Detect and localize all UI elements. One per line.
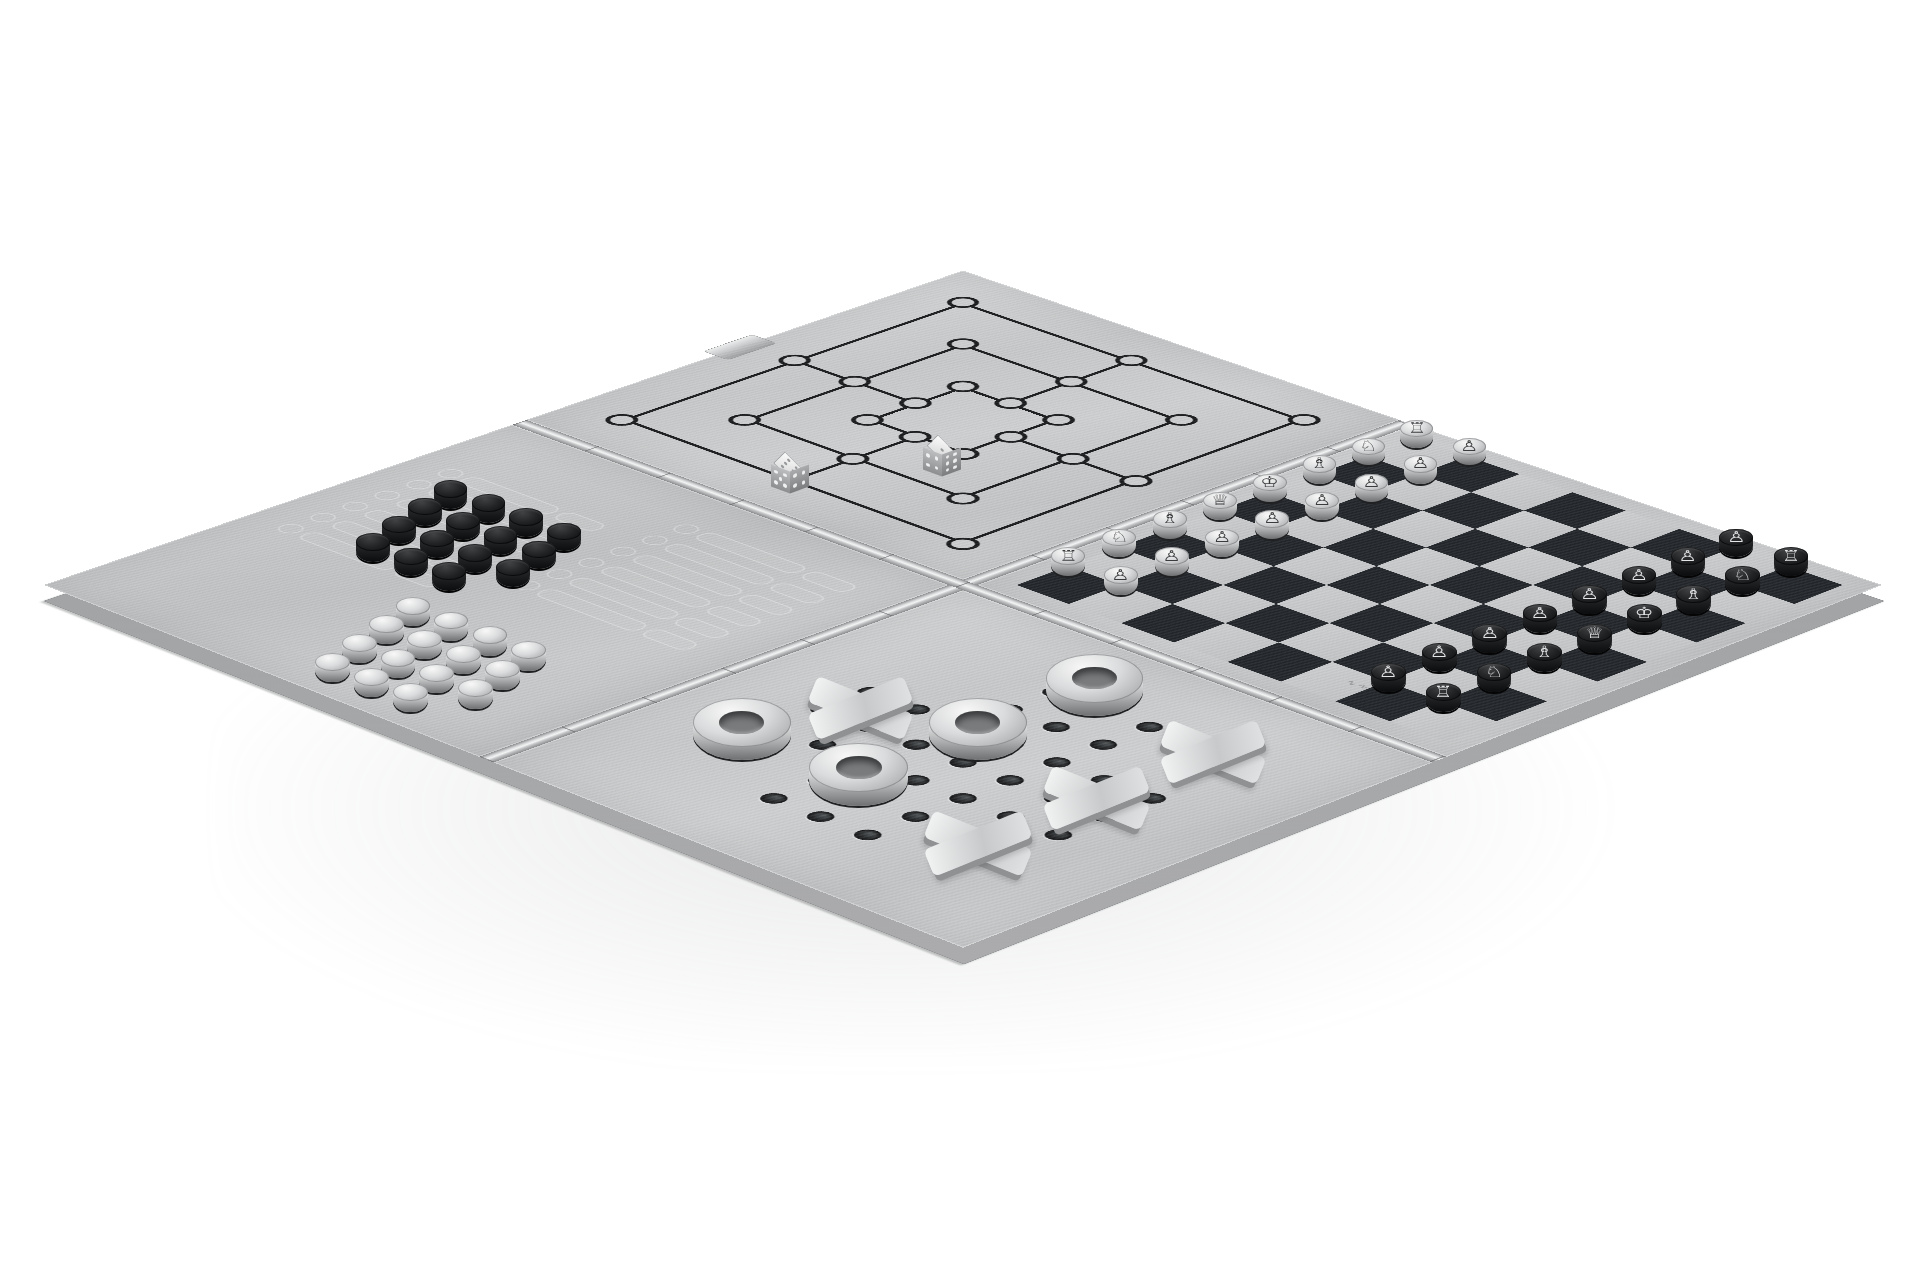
disc-top: ♙: [1472, 624, 1507, 642]
die-pip: [774, 470, 778, 475]
solitaire-hole[interactable]: [944, 791, 982, 806]
checker-piece-black[interactable]: [394, 548, 428, 586]
chess-piece-white-P[interactable]: ♙: [1453, 438, 1486, 475]
die-pip: [787, 458, 791, 462]
chess-glyph: ♗: [1527, 646, 1562, 659]
disc-top: ♙: [1155, 547, 1189, 565]
chess-glyph: ♙: [1453, 440, 1486, 452]
die-pip: [935, 466, 939, 471]
chess-glyph: ♙: [1355, 476, 1388, 489]
die-pip: [793, 474, 797, 479]
chess-piece-white-P[interactable]: ♙: [1404, 455, 1437, 492]
disc-top: ♙: [1404, 455, 1437, 472]
chess-glyph: ♙: [1371, 665, 1406, 678]
chess-glyph: ♙: [1305, 494, 1339, 507]
disc-top: ♘: [1477, 663, 1512, 681]
disc-top: ♙: [1104, 566, 1138, 584]
checker-piece-silver[interactable]: [458, 679, 493, 718]
ring-top: [693, 698, 791, 747]
disc-top: ♙: [1572, 585, 1606, 603]
chess-piece-black-K[interactable]: ♔: [1627, 604, 1661, 642]
chess-glyph: ♙: [1572, 588, 1606, 601]
die-pip: [954, 458, 958, 463]
chess-piece-black-P[interactable]: ♙: [1622, 566, 1656, 604]
disc-top: ♖: [1426, 683, 1461, 701]
chess-glyph: ♙: [1671, 550, 1705, 563]
die-pip: [946, 454, 950, 459]
disc-top: [408, 498, 442, 515]
chess-piece-white-P[interactable]: ♙: [1305, 492, 1339, 529]
disc-top: [342, 634, 377, 652]
chess-glyph: ♔: [1627, 607, 1661, 620]
chess-glyph: ♗: [1303, 458, 1336, 470]
chess-glyph: ♗: [1153, 513, 1187, 526]
die-pip: [940, 448, 944, 452]
checker-piece-black[interactable]: [432, 562, 466, 600]
disc-top: [393, 683, 428, 701]
chess-piece-white-B[interactable]: ♗: [1153, 510, 1187, 547]
die-pip: [793, 483, 797, 488]
disc-top: [356, 533, 390, 551]
disc-top: ♙: [1355, 474, 1388, 491]
disc-top: [381, 649, 416, 667]
disc-top: ♔: [1253, 474, 1286, 491]
disc-top: [432, 562, 466, 580]
chess-glyph: ♘: [1477, 665, 1512, 678]
disc-top: [509, 508, 543, 526]
disc-top: ♙: [1622, 566, 1656, 584]
die-left-face: [771, 465, 790, 494]
disc-top: ♗: [1153, 510, 1187, 528]
chess-glyph: ♙: [1205, 531, 1239, 544]
checker-piece-black[interactable]: [356, 533, 390, 570]
die-pip: [954, 465, 958, 470]
disc-top: ♔: [1627, 604, 1661, 622]
ring-hole: [955, 711, 1000, 734]
disc-top: [382, 516, 416, 534]
ring-top: [929, 698, 1027, 747]
tictactoe-o-piece[interactable]: [929, 698, 1027, 785]
chess-glyph: ♙: [1155, 550, 1189, 563]
chess-glyph: ♖: [1051, 550, 1085, 563]
chess-piece-white-N[interactable]: ♘: [1352, 438, 1385, 475]
die-pip: [801, 480, 805, 485]
chess-piece-black-P[interactable]: ♙: [1523, 604, 1557, 642]
die-pip: [927, 463, 931, 468]
checker-piece-silver[interactable]: [354, 668, 389, 706]
chess-glyph: ♙: [1523, 607, 1557, 620]
chess-glyph: ♔: [1253, 476, 1286, 489]
die-pip: [801, 471, 805, 476]
chess-piece-white-K[interactable]: ♔: [1253, 474, 1286, 511]
chess-glyph: ♙: [1104, 569, 1138, 582]
die-right-face: [942, 448, 961, 477]
disc-top: ♙: [1305, 492, 1339, 509]
disc-top: ♗: [1676, 585, 1710, 603]
tictactoe-x-piece[interactable]: [809, 676, 912, 740]
chess-glyph: ♖: [1774, 550, 1808, 563]
disc-top: [484, 526, 518, 544]
disc-top: ♘: [1352, 438, 1385, 455]
chess-glyph: ♖: [1426, 685, 1461, 698]
chess-piece-black-P[interactable]: ♙: [1422, 643, 1457, 681]
chess-piece-white-P[interactable]: ♙: [1155, 547, 1189, 585]
chess-piece-black-P[interactable]: ♙: [1371, 663, 1406, 701]
disc-top: [420, 530, 454, 548]
die-pip: [784, 462, 788, 466]
disc-top: [446, 512, 480, 530]
tictactoe-o-piece[interactable]: [809, 743, 908, 831]
disc-top: [522, 541, 556, 559]
chess-piece-black-N[interactable]: ♘: [1725, 566, 1759, 604]
chess-glyph: ♙: [1622, 569, 1656, 582]
chess-piece-black-P[interactable]: ♙: [1719, 529, 1753, 566]
disc-top: ♙: [1255, 510, 1289, 528]
disc-top: [496, 559, 530, 577]
die-pip: [778, 477, 782, 482]
ring-top: [809, 743, 908, 792]
chess-piece-white-R[interactable]: ♖: [1400, 420, 1433, 456]
disc-top: ♙: [1453, 438, 1486, 455]
disc-top: [396, 597, 430, 615]
chess-piece-white-P[interactable]: ♙: [1255, 510, 1289, 547]
chess-piece-white-P[interactable]: ♙: [1104, 566, 1138, 604]
chess-glyph: ♕: [1577, 626, 1612, 639]
chess-piece-white-P[interactable]: ♙: [1355, 474, 1388, 511]
chess-piece-black-P[interactable]: ♙: [1472, 624, 1507, 662]
tictactoe-o-piece[interactable]: [693, 698, 791, 785]
checker-piece-black[interactable]: [496, 559, 530, 597]
chess-piece-black-B[interactable]: ♗: [1676, 585, 1710, 623]
ring-hole: [836, 756, 881, 779]
chess-piece-black-B[interactable]: ♗: [1527, 643, 1562, 681]
tictactoe-o-piece[interactable]: [1046, 654, 1143, 740]
chess-glyph: ♗: [1676, 588, 1710, 601]
chess-glyph: ♕: [1203, 494, 1237, 507]
chess-piece-black-N[interactable]: ♘: [1477, 663, 1512, 701]
chess-glyph: ♙: [1422, 646, 1457, 659]
disc-top: [547, 523, 581, 541]
disc-top: [434, 480, 468, 497]
die-pip: [946, 468, 950, 473]
disc-top: [394, 548, 428, 566]
chess-piece-white-Q[interactable]: ♕: [1203, 492, 1237, 529]
chess-glyph: ♘: [1102, 531, 1136, 544]
disc-top: ♖: [1400, 420, 1433, 437]
chess-piece-black-R[interactable]: ♖: [1774, 547, 1808, 585]
checker-piece-silver[interactable]: [315, 653, 350, 691]
case-latch[interactable]: [704, 335, 776, 360]
die-right-face: [790, 465, 809, 494]
disc-top: [446, 645, 481, 663]
disc-top: ♗: [1303, 455, 1336, 472]
disc-top: [315, 653, 350, 671]
chess-glyph: ♙: [1719, 531, 1753, 544]
chess-glyph: ♖: [1400, 422, 1433, 434]
disc-top: ♕: [1203, 492, 1237, 509]
chess-glyph: ♙: [1255, 513, 1289, 526]
tictactoe-x-piece[interactable]: [1044, 765, 1149, 830]
disc-top: [369, 615, 403, 633]
checker-piece-silver[interactable]: [393, 683, 428, 722]
chess-glyph: ♙: [1472, 626, 1507, 639]
chess-piece-white-B[interactable]: ♗: [1303, 455, 1336, 492]
tictactoe-x-piece[interactable]: [925, 811, 1031, 877]
die-pip: [783, 473, 787, 478]
disc-top: [458, 544, 492, 562]
die[interactable]: [764, 453, 815, 496]
disc-top: [472, 494, 506, 511]
chess-glyph: ♘: [1352, 440, 1385, 452]
chess-piece-white-P[interactable]: ♙: [1205, 529, 1239, 566]
ring-hole: [719, 711, 764, 734]
die-pip: [935, 456, 939, 461]
chess-piece-black-Q[interactable]: ♕: [1577, 624, 1612, 662]
die-pip: [783, 484, 787, 489]
tictactoe-x-piece[interactable]: [1161, 720, 1265, 785]
disc-top: ♘: [1725, 566, 1759, 584]
chess-glyph: ♙: [1404, 458, 1437, 470]
chess-piece-white-N[interactable]: ♘: [1102, 529, 1136, 566]
chess-piece-black-R[interactable]: ♖: [1426, 683, 1461, 722]
ring-top: [1046, 654, 1143, 703]
disc-top: ♙: [1671, 547, 1705, 565]
solitaire-hole[interactable]: [755, 791, 793, 806]
chess-piece-black-P[interactable]: ♙: [1572, 585, 1606, 623]
die[interactable]: [917, 435, 968, 478]
die-pip: [954, 452, 958, 457]
die-pip: [927, 453, 931, 458]
chess-piece-black-P[interactable]: ♙: [1671, 547, 1705, 585]
die-pip: [774, 481, 778, 486]
disc-top: [354, 668, 389, 686]
disc-top: ♙: [1422, 643, 1457, 661]
die-pip: [946, 461, 950, 466]
disc-top: ♙: [1371, 663, 1406, 681]
chess-glyph: ♘: [1725, 569, 1759, 582]
ring-hole: [1072, 667, 1117, 689]
chess-piece-white-R[interactable]: ♖: [1051, 547, 1085, 585]
disc-top: ♕: [1577, 624, 1612, 642]
